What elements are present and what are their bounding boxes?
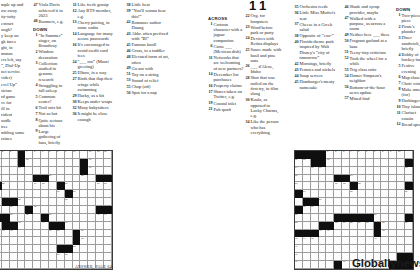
white-cell[interactable]: [88, 206, 96, 214]
white-cell[interactable]: 33: [65, 198, 73, 206]
white-cell[interactable]: [342, 159, 350, 167]
white-cell[interactable]: [96, 167, 104, 175]
white-cell[interactable]: 43: [18, 222, 26, 230]
white-cell[interactable]: [18, 206, 26, 214]
white-cell[interactable]: [342, 190, 350, 198]
white-cell[interactable]: [311, 214, 319, 222]
white-cell[interactable]: [96, 159, 104, 167]
white-cell[interactable]: [319, 237, 327, 245]
white-cell[interactable]: 21: [334, 182, 342, 190]
white-cell[interactable]: [405, 245, 413, 253]
white-cell[interactable]: [342, 206, 350, 214]
white-cell[interactable]: [96, 253, 104, 261]
white-cell[interactable]: [334, 237, 342, 245]
white-cell[interactable]: [397, 198, 405, 206]
white-cell[interactable]: 22: [80, 175, 88, 183]
white-cell[interactable]: [405, 206, 413, 214]
white-cell[interactable]: 44: [303, 237, 311, 245]
white-cell[interactable]: 48: [10, 230, 18, 238]
white-cell[interactable]: 12: [303, 159, 311, 167]
white-cell[interactable]: [319, 214, 327, 222]
white-cell[interactable]: 40: [319, 230, 327, 238]
white-cell[interactable]: [397, 214, 405, 222]
white-cell[interactable]: [326, 182, 334, 190]
white-cell[interactable]: [41, 245, 49, 253]
white-cell[interactable]: [334, 253, 342, 261]
white-cell[interactable]: [88, 245, 96, 253]
white-cell[interactable]: [381, 167, 389, 175]
white-cell[interactable]: 13: [104, 151, 112, 159]
white-cell[interactable]: [311, 175, 319, 183]
white-cell[interactable]: [334, 167, 342, 175]
white-cell[interactable]: [2, 253, 10, 261]
white-cell[interactable]: [2, 261, 10, 269]
white-cell[interactable]: [88, 237, 96, 245]
white-cell[interactable]: 37: [366, 222, 374, 230]
white-cell[interactable]: [366, 245, 374, 253]
white-cell[interactable]: [96, 237, 104, 245]
white-cell[interactable]: [33, 237, 41, 245]
white-cell[interactable]: [57, 206, 65, 214]
white-cell[interactable]: 40: [96, 214, 104, 222]
white-cell[interactable]: [303, 261, 311, 269]
white-cell[interactable]: [25, 245, 33, 253]
white-cell[interactable]: [33, 222, 41, 230]
white-cell[interactable]: 47: [295, 245, 303, 253]
white-cell[interactable]: [25, 230, 33, 238]
white-cell[interactable]: [374, 167, 382, 175]
white-cell[interactable]: [319, 190, 327, 198]
white-cell[interactable]: 27: [96, 182, 104, 190]
white-cell[interactable]: [366, 237, 374, 245]
white-cell[interactable]: 10: [397, 151, 405, 159]
white-cell[interactable]: 28: [104, 182, 112, 190]
white-cell[interactable]: [25, 222, 33, 230]
white-cell[interactable]: [389, 198, 397, 206]
white-cell[interactable]: [10, 167, 18, 175]
white-cell[interactable]: 32: [295, 222, 303, 230]
white-cell[interactable]: [405, 175, 413, 183]
white-cell[interactable]: [366, 159, 374, 167]
white-cell[interactable]: [33, 159, 41, 167]
white-cell[interactable]: [18, 245, 26, 253]
white-cell[interactable]: [96, 190, 104, 198]
white-cell[interactable]: [10, 175, 18, 183]
white-cell[interactable]: [311, 253, 319, 261]
white-cell[interactable]: [80, 245, 88, 253]
white-cell[interactable]: [73, 175, 81, 183]
white-cell[interactable]: [49, 198, 57, 206]
white-cell[interactable]: [10, 237, 18, 245]
white-cell[interactable]: 5: [33, 151, 41, 159]
white-cell[interactable]: [2, 206, 10, 214]
white-cell[interactable]: [319, 206, 327, 214]
white-cell[interactable]: [381, 237, 389, 245]
white-cell[interactable]: [381, 198, 389, 206]
white-cell[interactable]: 37: [10, 214, 18, 222]
white-cell[interactable]: [2, 190, 10, 198]
white-cell[interactable]: 6: [366, 151, 374, 159]
white-cell[interactable]: 19: [88, 167, 96, 175]
white-cell[interactable]: [334, 230, 342, 238]
white-cell[interactable]: [18, 182, 26, 190]
white-cell[interactable]: 18: [18, 167, 26, 175]
white-cell[interactable]: 8: [57, 151, 65, 159]
white-cell[interactable]: [366, 230, 374, 238]
white-cell[interactable]: [311, 222, 319, 230]
white-cell[interactable]: [389, 245, 397, 253]
white-cell[interactable]: [366, 206, 374, 214]
white-cell[interactable]: [397, 206, 405, 214]
white-cell[interactable]: [405, 237, 413, 245]
white-cell[interactable]: [18, 190, 26, 198]
white-cell[interactable]: [88, 214, 96, 222]
white-cell[interactable]: [334, 245, 342, 253]
white-cell[interactable]: [88, 230, 96, 238]
white-cell[interactable]: [374, 175, 382, 183]
white-cell[interactable]: [326, 190, 334, 198]
white-cell[interactable]: [326, 245, 334, 253]
white-cell[interactable]: [381, 182, 389, 190]
white-cell[interactable]: [397, 222, 405, 230]
white-cell[interactable]: [389, 182, 397, 190]
white-cell[interactable]: [326, 237, 334, 245]
white-cell[interactable]: 45: [65, 222, 73, 230]
white-cell[interactable]: [57, 198, 65, 206]
white-cell[interactable]: 3: [342, 151, 350, 159]
white-cell[interactable]: 12: [96, 151, 104, 159]
white-cell[interactable]: 4: [350, 151, 358, 159]
white-cell[interactable]: [18, 237, 26, 245]
white-cell[interactable]: [88, 198, 96, 206]
white-cell[interactable]: [303, 214, 311, 222]
white-cell[interactable]: [96, 230, 104, 238]
white-cell[interactable]: [25, 175, 33, 183]
white-cell[interactable]: [358, 190, 366, 198]
white-cell[interactable]: 15: [311, 167, 319, 175]
white-cell[interactable]: [88, 182, 96, 190]
white-cell[interactable]: [104, 222, 112, 230]
white-cell[interactable]: 8: [381, 151, 389, 159]
white-cell[interactable]: 20: [295, 182, 303, 190]
white-cell[interactable]: 6: [41, 151, 49, 159]
white-cell[interactable]: 31: [374, 214, 382, 222]
white-cell[interactable]: [80, 182, 88, 190]
white-cell[interactable]: [25, 253, 33, 261]
white-cell[interactable]: 3: [10, 151, 18, 159]
white-cell[interactable]: [311, 190, 319, 198]
white-cell[interactable]: 23: [358, 182, 366, 190]
white-cell[interactable]: 21: [49, 175, 57, 183]
white-cell[interactable]: [334, 206, 342, 214]
white-cell[interactable]: [65, 167, 73, 175]
white-cell[interactable]: [88, 253, 96, 261]
white-cell[interactable]: [342, 198, 350, 206]
white-cell[interactable]: 38: [25, 214, 33, 222]
white-cell[interactable]: [342, 167, 350, 175]
white-cell[interactable]: [57, 237, 65, 245]
white-cell[interactable]: 34: [342, 222, 350, 230]
white-cell[interactable]: [104, 167, 112, 175]
white-cell[interactable]: [18, 175, 26, 183]
white-cell[interactable]: 7: [49, 151, 57, 159]
white-cell[interactable]: 9: [65, 151, 73, 159]
white-cell[interactable]: [25, 198, 33, 206]
white-cell[interactable]: 32: [18, 198, 26, 206]
white-cell[interactable]: [41, 159, 49, 167]
white-cell[interactable]: [389, 159, 397, 167]
white-cell[interactable]: [350, 159, 358, 167]
white-cell[interactable]: 16: [319, 167, 327, 175]
white-cell[interactable]: [73, 214, 81, 222]
white-cell[interactable]: [295, 198, 303, 206]
white-cell[interactable]: [96, 222, 104, 230]
white-cell[interactable]: [104, 190, 112, 198]
white-cell[interactable]: [366, 182, 374, 190]
white-cell[interactable]: [80, 214, 88, 222]
white-cell[interactable]: [342, 245, 350, 253]
white-cell[interactable]: 31: [73, 190, 81, 198]
white-cell[interactable]: [366, 167, 374, 175]
white-cell[interactable]: [366, 190, 374, 198]
white-cell[interactable]: [33, 253, 41, 261]
white-cell[interactable]: 25: [41, 182, 49, 190]
white-cell[interactable]: [350, 198, 358, 206]
white-cell[interactable]: [41, 198, 49, 206]
white-cell[interactable]: [405, 230, 413, 238]
white-cell[interactable]: [397, 159, 405, 167]
white-cell[interactable]: [49, 182, 57, 190]
white-cell[interactable]: [311, 245, 319, 253]
white-cell[interactable]: [88, 222, 96, 230]
white-cell[interactable]: 26: [405, 190, 413, 198]
white-cell[interactable]: [41, 206, 49, 214]
white-cell[interactable]: 2: [2, 151, 10, 159]
white-cell[interactable]: 55: [73, 245, 81, 253]
white-cell[interactable]: [303, 175, 311, 183]
white-cell[interactable]: [73, 222, 81, 230]
white-cell[interactable]: [358, 167, 366, 175]
white-cell[interactable]: [65, 159, 73, 167]
white-cell[interactable]: [41, 230, 49, 238]
white-cell[interactable]: [374, 198, 382, 206]
white-cell[interactable]: [381, 206, 389, 214]
white-cell[interactable]: [104, 253, 112, 261]
white-cell[interactable]: [80, 151, 88, 159]
white-cell[interactable]: [366, 175, 374, 183]
white-cell[interactable]: [33, 214, 41, 222]
white-cell[interactable]: [326, 214, 334, 222]
white-cell[interactable]: 35: [350, 222, 358, 230]
white-cell[interactable]: [319, 182, 327, 190]
white-cell[interactable]: [389, 190, 397, 198]
white-cell[interactable]: [358, 159, 366, 167]
white-cell[interactable]: [33, 190, 41, 198]
white-cell[interactable]: 46: [374, 237, 382, 245]
white-cell[interactable]: [389, 167, 397, 175]
white-cell[interactable]: [397, 237, 405, 245]
white-cell[interactable]: [319, 245, 327, 253]
white-cell[interactable]: [358, 198, 366, 206]
white-cell[interactable]: [10, 253, 18, 261]
white-cell[interactable]: 58: [65, 253, 73, 261]
white-cell[interactable]: [319, 175, 327, 183]
white-cell[interactable]: [2, 159, 10, 167]
white-cell[interactable]: [10, 245, 18, 253]
white-cell[interactable]: [319, 261, 327, 269]
white-cell[interactable]: [73, 167, 81, 175]
white-cell[interactable]: 7: [374, 151, 382, 159]
white-cell[interactable]: [381, 175, 389, 183]
white-cell[interactable]: [350, 230, 358, 238]
white-cell[interactable]: [2, 237, 10, 245]
white-cell[interactable]: [326, 175, 334, 183]
white-cell[interactable]: [2, 167, 10, 175]
white-cell[interactable]: [358, 206, 366, 214]
white-cell[interactable]: [405, 198, 413, 206]
white-cell[interactable]: [334, 159, 342, 167]
white-cell[interactable]: [96, 245, 104, 253]
white-cell[interactable]: 41: [104, 214, 112, 222]
white-cell[interactable]: 28: [303, 206, 311, 214]
white-cell[interactable]: [397, 182, 405, 190]
white-cell[interactable]: [65, 206, 73, 214]
white-cell[interactable]: 24: [303, 190, 311, 198]
white-cell[interactable]: [25, 167, 33, 175]
white-cell[interactable]: [381, 159, 389, 167]
white-cell[interactable]: 15: [25, 159, 33, 167]
white-cell[interactable]: [65, 237, 73, 245]
white-cell[interactable]: [104, 245, 112, 253]
white-cell[interactable]: [73, 159, 81, 167]
white-cell[interactable]: [389, 175, 397, 183]
white-cell[interactable]: [303, 253, 311, 261]
white-cell[interactable]: [41, 253, 49, 261]
white-cell[interactable]: [65, 230, 73, 238]
white-cell[interactable]: [41, 167, 49, 175]
white-cell[interactable]: 29: [311, 206, 319, 214]
white-cell[interactable]: [104, 159, 112, 167]
white-cell[interactable]: [25, 182, 33, 190]
white-cell[interactable]: [88, 190, 96, 198]
white-cell[interactable]: [350, 245, 358, 253]
white-cell[interactable]: [80, 206, 88, 214]
white-cell[interactable]: [319, 253, 327, 261]
white-cell[interactable]: 49: [295, 261, 303, 269]
white-cell[interactable]: [389, 237, 397, 245]
white-cell[interactable]: [10, 159, 18, 167]
white-cell[interactable]: 45: [311, 237, 319, 245]
white-cell[interactable]: [41, 190, 49, 198]
white-cell[interactable]: [2, 245, 10, 253]
white-cell[interactable]: [49, 245, 57, 253]
white-cell[interactable]: [350, 206, 358, 214]
white-cell[interactable]: 27: [319, 198, 327, 206]
white-cell[interactable]: [389, 230, 397, 238]
white-cell[interactable]: [342, 237, 350, 245]
white-cell[interactable]: [397, 175, 405, 183]
white-cell[interactable]: [104, 198, 112, 206]
white-cell[interactable]: 53: [80, 237, 88, 245]
white-cell[interactable]: [57, 175, 65, 183]
white-cell[interactable]: 9: [389, 151, 397, 159]
white-cell[interactable]: [326, 198, 334, 206]
white-cell[interactable]: 13: [326, 159, 334, 167]
white-cell[interactable]: 17: [405, 167, 413, 175]
white-cell[interactable]: 26: [65, 182, 73, 190]
white-cell[interactable]: 36: [33, 206, 41, 214]
white-cell[interactable]: 25: [350, 190, 358, 198]
white-cell[interactable]: 41: [326, 230, 334, 238]
white-cell[interactable]: [334, 198, 342, 206]
white-cell[interactable]: 36: [358, 222, 366, 230]
white-cell[interactable]: 42: [381, 230, 389, 238]
white-cell[interactable]: [49, 190, 57, 198]
white-cell[interactable]: [25, 237, 33, 245]
white-cell[interactable]: [381, 245, 389, 253]
white-cell[interactable]: [374, 159, 382, 167]
white-cell[interactable]: 5: [358, 151, 366, 159]
white-cell[interactable]: 39: [49, 214, 57, 222]
white-cell[interactable]: [381, 190, 389, 198]
white-cell[interactable]: [334, 190, 342, 198]
white-cell[interactable]: [49, 159, 57, 167]
white-cell[interactable]: [397, 167, 405, 175]
white-cell[interactable]: [41, 237, 49, 245]
white-cell[interactable]: [33, 230, 41, 238]
white-cell[interactable]: [374, 182, 382, 190]
white-cell[interactable]: [326, 206, 334, 214]
white-cell[interactable]: [10, 190, 18, 198]
white-cell[interactable]: 33: [334, 222, 342, 230]
white-cell[interactable]: 47: [2, 230, 10, 238]
white-cell[interactable]: [358, 245, 366, 253]
white-cell[interactable]: 50: [57, 230, 65, 238]
white-cell[interactable]: [405, 151, 413, 159]
white-cell[interactable]: [326, 261, 334, 269]
white-cell[interactable]: [358, 237, 366, 245]
white-cell[interactable]: [33, 245, 41, 253]
white-cell[interactable]: 24: [33, 182, 41, 190]
white-cell[interactable]: [397, 230, 405, 238]
white-cell[interactable]: [33, 167, 41, 175]
white-cell[interactable]: 49: [49, 230, 57, 238]
white-cell[interactable]: [104, 237, 112, 245]
white-cell[interactable]: [10, 182, 18, 190]
white-cell[interactable]: [73, 253, 81, 261]
white-cell[interactable]: 2: [334, 151, 342, 159]
white-cell[interactable]: 44: [41, 222, 49, 230]
white-cell[interactable]: [311, 261, 319, 269]
white-cell[interactable]: [57, 167, 65, 175]
white-cell[interactable]: 30: [57, 190, 65, 198]
white-cell[interactable]: [374, 245, 382, 253]
white-cell[interactable]: [303, 167, 311, 175]
white-cell[interactable]: [57, 159, 65, 167]
white-cell[interactable]: [397, 245, 405, 253]
white-cell[interactable]: [397, 190, 405, 198]
white-cell[interactable]: [326, 167, 334, 175]
white-cell[interactable]: [80, 190, 88, 198]
white-cell[interactable]: 22: [342, 182, 350, 190]
white-cell[interactable]: [350, 237, 358, 245]
white-cell[interactable]: [303, 222, 311, 230]
white-cell[interactable]: [18, 253, 26, 261]
white-cell[interactable]: [342, 230, 350, 238]
white-cell[interactable]: [96, 198, 104, 206]
white-cell[interactable]: [73, 206, 81, 214]
white-cell[interactable]: [303, 245, 311, 253]
